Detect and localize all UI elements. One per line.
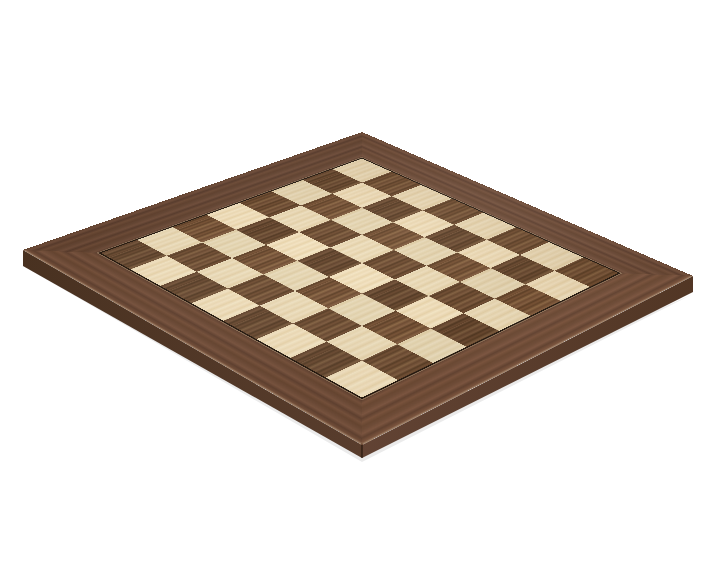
product-photo-scene bbox=[0, 0, 720, 576]
chess-board bbox=[23, 132, 693, 445]
board-corner-seam bbox=[361, 445, 363, 458]
